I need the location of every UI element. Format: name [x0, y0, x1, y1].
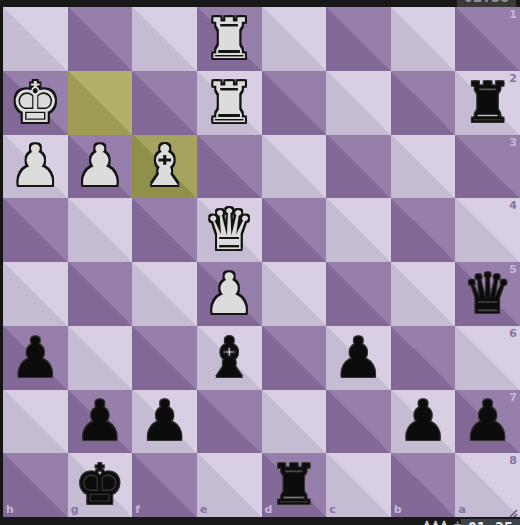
black-pawn[interactable]: ♟ [398, 390, 448, 452]
square-b3[interactable] [391, 135, 456, 199]
rank-label-4: 4 [509, 199, 517, 212]
square-d6[interactable] [262, 326, 327, 390]
square-g5[interactable] [68, 262, 133, 326]
square-a5[interactable]: ♛5 [455, 262, 520, 326]
square-f6[interactable] [132, 326, 197, 390]
square-g8[interactable]: ♚g [68, 453, 133, 517]
square-g7[interactable]: ♟ [68, 390, 133, 454]
square-d8[interactable]: ♜d [262, 453, 327, 517]
square-f1[interactable] [132, 7, 197, 71]
square-d5[interactable] [262, 262, 327, 326]
file-label-g: g [71, 503, 79, 516]
square-f8[interactable]: f [132, 453, 197, 517]
white-rook[interactable]: ♜ [204, 8, 254, 70]
square-g6[interactable] [68, 326, 133, 390]
captured-pawn-icons: ♟♟♟ [421, 519, 447, 525]
square-c8[interactable]: c [326, 453, 391, 517]
square-h8[interactable]: h [3, 453, 68, 517]
square-g4[interactable] [68, 198, 133, 262]
black-pawn[interactable]: ♟ [139, 390, 189, 452]
square-h5[interactable] [3, 262, 68, 326]
rank-label-1: 1 [509, 8, 517, 21]
black-pawn[interactable]: ♟ [463, 390, 513, 452]
white-bishop[interactable]: ♝ [139, 135, 189, 197]
chess-board[interactable]: ♜1♚♜♜2♟♟♝3♛4♟♛5♟♝♟6♟♟♟♟7h♚gfe♜dcba8 [3, 7, 520, 517]
file-label-d: d [265, 503, 273, 516]
rank-label-6: 6 [509, 327, 517, 340]
white-king[interactable]: ♚ [10, 72, 60, 134]
square-h7[interactable] [3, 390, 68, 454]
black-rook[interactable]: ♜ [463, 72, 513, 134]
square-e1[interactable]: ♜ [197, 7, 262, 71]
square-b7[interactable]: ♟ [391, 390, 456, 454]
file-label-a: a [458, 503, 465, 516]
square-a6[interactable]: 6 [455, 326, 520, 390]
rank-label-8: 8 [509, 454, 517, 467]
square-e3[interactable] [197, 135, 262, 199]
square-h6[interactable]: ♟ [3, 326, 68, 390]
square-f4[interactable] [132, 198, 197, 262]
rank-label-7: 7 [509, 391, 517, 404]
square-h1[interactable] [3, 7, 68, 71]
black-king[interactable]: ♚ [75, 454, 125, 516]
black-pawn[interactable]: ♟ [10, 327, 60, 389]
square-f5[interactable] [132, 262, 197, 326]
player-clock-bar: ♟♟♟ +2 01:25 [0, 517, 520, 525]
square-e7[interactable] [197, 390, 262, 454]
square-a7[interactable]: ♟7 [455, 390, 520, 454]
square-e4[interactable]: ♛ [197, 198, 262, 262]
black-pawn[interactable]: ♟ [75, 390, 125, 452]
square-h4[interactable] [3, 198, 68, 262]
white-pawn[interactable]: ♟ [204, 263, 254, 325]
file-label-h: h [6, 503, 14, 516]
board-resize-handle[interactable] [507, 504, 518, 515]
square-c5[interactable] [326, 262, 391, 326]
square-g2[interactable] [68, 71, 133, 135]
square-b2[interactable] [391, 71, 456, 135]
square-g3[interactable]: ♟ [68, 135, 133, 199]
square-b6[interactable] [391, 326, 456, 390]
square-e6[interactable]: ♝ [197, 326, 262, 390]
square-c7[interactable] [326, 390, 391, 454]
square-e2[interactable]: ♜ [197, 71, 262, 135]
square-a8[interactable]: a8 [455, 453, 520, 517]
white-queen[interactable]: ♛ [204, 199, 254, 261]
rank-label-2: 2 [509, 72, 517, 85]
square-b5[interactable] [391, 262, 456, 326]
square-f3[interactable]: ♝ [132, 135, 197, 199]
file-label-b: b [394, 503, 402, 516]
square-e5[interactable]: ♟ [197, 262, 262, 326]
square-h2[interactable]: ♚ [3, 71, 68, 135]
opponent-clock-bar: 01:38 [0, 0, 520, 7]
square-c6[interactable]: ♟ [326, 326, 391, 390]
square-d1[interactable] [262, 7, 327, 71]
square-c4[interactable] [326, 198, 391, 262]
rank-label-5: 5 [509, 263, 517, 276]
square-e8[interactable]: e [197, 453, 262, 517]
square-d2[interactable] [262, 71, 327, 135]
square-b1[interactable] [391, 7, 456, 71]
file-label-e: e [200, 503, 207, 516]
square-a1[interactable]: 1 [455, 7, 520, 71]
black-pawn[interactable]: ♟ [333, 327, 383, 389]
square-c3[interactable] [326, 135, 391, 199]
square-g1[interactable] [68, 7, 133, 71]
square-a4[interactable]: 4 [455, 198, 520, 262]
square-b4[interactable] [391, 198, 456, 262]
black-bishop[interactable]: ♝ [204, 327, 254, 389]
square-f7[interactable]: ♟ [132, 390, 197, 454]
rank-label-3: 3 [509, 136, 517, 149]
file-label-f: f [135, 503, 140, 516]
square-d4[interactable] [262, 198, 327, 262]
square-d7[interactable] [262, 390, 327, 454]
square-c2[interactable] [326, 71, 391, 135]
white-pawn[interactable]: ♟ [75, 135, 125, 197]
player-clock: 01:25 [461, 519, 520, 525]
square-h3[interactable]: ♟ [3, 135, 68, 199]
square-a2[interactable]: ♜2 [455, 71, 520, 135]
square-c1[interactable] [326, 7, 391, 71]
square-b8[interactable]: b [391, 453, 456, 517]
file-label-c: c [329, 503, 336, 516]
chess-game-screen: 01:38 ♜1♚♜♜2♟♟♝3♛4♟♛5♟♝♟6♟♟♟♟7h♚gfe♜dcba… [0, 0, 520, 525]
square-f2[interactable] [132, 71, 197, 135]
square-d3[interactable] [262, 135, 327, 199]
white-pawn[interactable]: ♟ [10, 135, 60, 197]
white-rook[interactable]: ♜ [204, 72, 254, 134]
black-rook[interactable]: ♜ [269, 454, 319, 516]
black-queen[interactable]: ♛ [463, 263, 513, 325]
square-a3[interactable]: 3 [455, 135, 520, 199]
opponent-clock: 01:38 [457, 0, 516, 7]
